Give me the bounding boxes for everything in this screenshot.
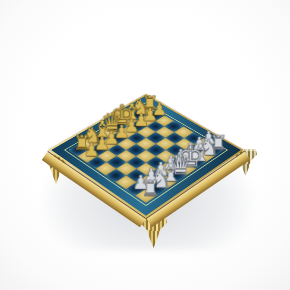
chess-set-photo: ♜♞♝♛♚♝♞♜♟♟♟♟♟♟♟♟♟♟♟♟♟♟♟♟♜♞♝♛♚♝♞♜ <box>0 0 290 290</box>
piece-white-silver-rook[interactable]: ♜ <box>141 178 160 200</box>
scene: ♜♞♝♛♚♝♞♜♟♟♟♟♟♟♟♟♟♟♟♟♟♟♟♟♜♞♝♛♚♝♞♜ <box>0 0 290 290</box>
chess-board[interactable]: ♜♞♝♛♚♝♞♜♟♟♟♟♟♟♟♟♟♟♟♟♟♟♟♟♜♞♝♛♚♝♞♜ <box>48 94 243 218</box>
piece-black-gold-pawn[interactable]: ♟ <box>83 141 99 159</box>
